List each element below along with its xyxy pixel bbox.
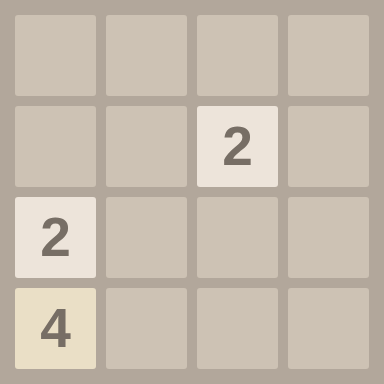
tile-2-r1c2: 2 — [197, 106, 278, 187]
cell-r2c0: 2 — [15, 197, 96, 278]
cell-r0c1 — [106, 15, 187, 96]
cell-r3c1 — [106, 288, 187, 369]
cell-r3c3 — [288, 288, 369, 369]
cell-r1c2: 2 — [197, 106, 278, 187]
cell-r1c0 — [15, 106, 96, 187]
game-board-2048[interactable]: 224 — [0, 0, 384, 384]
tile-2-r2c0: 2 — [15, 197, 96, 278]
cell-r2c3 — [288, 197, 369, 278]
cell-r3c0: 4 — [15, 288, 96, 369]
cell-r0c3 — [288, 15, 369, 96]
cell-r0c2 — [197, 15, 278, 96]
cell-r1c3 — [288, 106, 369, 187]
cell-r0c0 — [15, 15, 96, 96]
tile-4-r3c0: 4 — [15, 288, 96, 369]
cell-r2c2 — [197, 197, 278, 278]
cell-r1c1 — [106, 106, 187, 187]
cell-r3c2 — [197, 288, 278, 369]
cell-r2c1 — [106, 197, 187, 278]
